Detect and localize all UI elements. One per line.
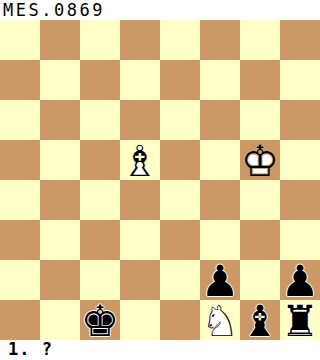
square-g8[interactable]: [240, 20, 280, 60]
move-prompt: 1. ?: [8, 341, 53, 358]
square-b7[interactable]: [40, 60, 80, 100]
square-d5[interactable]: ♝♗: [120, 140, 160, 180]
chess-board: ♝♗♚♔♟♟♚♞♘♝♜: [0, 20, 320, 340]
white-bishop-outline: ♗: [120, 140, 160, 180]
square-b5[interactable]: [40, 140, 80, 180]
square-h6[interactable]: [280, 100, 320, 140]
square-b1[interactable]: [40, 300, 80, 340]
square-c5[interactable]: [80, 140, 120, 180]
square-g4[interactable]: [240, 180, 280, 220]
square-c3[interactable]: [80, 220, 120, 260]
square-c6[interactable]: [80, 100, 120, 140]
square-h1[interactable]: ♜: [280, 300, 320, 340]
square-b2[interactable]: [40, 260, 80, 300]
square-g3[interactable]: [240, 220, 280, 260]
white-knight[interactable]: ♞♘: [200, 300, 240, 340]
square-d8[interactable]: [120, 20, 160, 60]
square-a8[interactable]: [0, 20, 40, 60]
square-f4[interactable]: [200, 180, 240, 220]
square-d2[interactable]: [120, 260, 160, 300]
square-b4[interactable]: [40, 180, 80, 220]
square-c1[interactable]: ♚: [80, 300, 120, 340]
square-a6[interactable]: [0, 100, 40, 140]
square-h3[interactable]: [280, 220, 320, 260]
square-h8[interactable]: [280, 20, 320, 60]
square-a3[interactable]: [0, 220, 40, 260]
black-pawn[interactable]: ♟: [280, 260, 320, 300]
square-e2[interactable]: [160, 260, 200, 300]
black-rook[interactable]: ♜: [280, 300, 320, 340]
square-e1[interactable]: [160, 300, 200, 340]
square-b6[interactable]: [40, 100, 80, 140]
square-a7[interactable]: [0, 60, 40, 100]
square-h2[interactable]: ♟: [280, 260, 320, 300]
square-c8[interactable]: [80, 20, 120, 60]
square-a5[interactable]: [0, 140, 40, 180]
square-b8[interactable]: [40, 20, 80, 60]
square-f6[interactable]: [200, 100, 240, 140]
square-e5[interactable]: [160, 140, 200, 180]
square-c2[interactable]: [80, 260, 120, 300]
white-king[interactable]: ♚♔: [240, 140, 280, 180]
square-c4[interactable]: [80, 180, 120, 220]
square-g1[interactable]: ♝: [240, 300, 280, 340]
square-e6[interactable]: [160, 100, 200, 140]
square-e3[interactable]: [160, 220, 200, 260]
square-d1[interactable]: [120, 300, 160, 340]
square-g5[interactable]: ♚♔: [240, 140, 280, 180]
puzzle-id-label: MES.0869: [3, 2, 105, 19]
square-a1[interactable]: [0, 300, 40, 340]
square-d3[interactable]: [120, 220, 160, 260]
black-pawn[interactable]: ♟: [200, 260, 240, 300]
white-king-outline: ♔: [240, 140, 280, 180]
square-d6[interactable]: [120, 100, 160, 140]
square-d7[interactable]: [120, 60, 160, 100]
square-h4[interactable]: [280, 180, 320, 220]
black-bishop[interactable]: ♝: [240, 300, 280, 340]
chess-puzzle-window: MES.0869 ♝♗♚♔♟♟♚♞♘♝♜ 1. ?: [0, 0, 320, 360]
square-e8[interactable]: [160, 20, 200, 60]
square-g6[interactable]: [240, 100, 280, 140]
square-f7[interactable]: [200, 60, 240, 100]
square-e7[interactable]: [160, 60, 200, 100]
square-e4[interactable]: [160, 180, 200, 220]
square-c7[interactable]: [80, 60, 120, 100]
square-h5[interactable]: [280, 140, 320, 180]
white-knight-outline: ♘: [200, 300, 240, 340]
square-f3[interactable]: [200, 220, 240, 260]
square-g2[interactable]: [240, 260, 280, 300]
square-d4[interactable]: [120, 180, 160, 220]
square-f5[interactable]: [200, 140, 240, 180]
square-f1[interactable]: ♞♘: [200, 300, 240, 340]
square-f2[interactable]: ♟: [200, 260, 240, 300]
square-a4[interactable]: [0, 180, 40, 220]
white-bishop[interactable]: ♝♗: [120, 140, 160, 180]
square-g7[interactable]: [240, 60, 280, 100]
black-king[interactable]: ♚: [80, 300, 120, 340]
square-b3[interactable]: [40, 220, 80, 260]
square-f8[interactable]: [200, 20, 240, 60]
square-h7[interactable]: [280, 60, 320, 100]
square-a2[interactable]: [0, 260, 40, 300]
